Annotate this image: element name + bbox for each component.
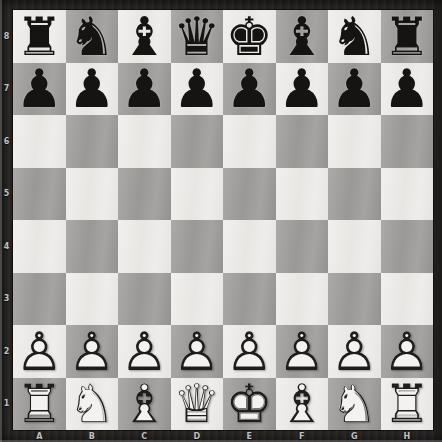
square-c3[interactable] xyxy=(118,273,171,326)
square-d2[interactable]: ♟♙ xyxy=(171,325,224,378)
black-pawn[interactable]: ♟ xyxy=(173,62,221,115)
square-f4[interactable] xyxy=(276,220,329,273)
square-b3[interactable] xyxy=(66,273,119,326)
square-g2[interactable]: ♟♙ xyxy=(328,325,381,378)
square-h8[interactable]: ♜ xyxy=(381,10,434,63)
square-a4[interactable] xyxy=(13,220,66,273)
square-c5[interactable] xyxy=(118,168,171,221)
black-pawn[interactable]: ♟ xyxy=(278,62,326,115)
black-pawn[interactable]: ♟ xyxy=(383,62,431,115)
square-b6[interactable] xyxy=(66,115,119,168)
square-d4[interactable] xyxy=(171,220,224,273)
white-bishop[interactable]: ♝♗ xyxy=(278,377,326,430)
white-pawn[interactable]: ♟♙ xyxy=(330,325,378,378)
black-pawn[interactable]: ♟ xyxy=(120,62,168,115)
square-d6[interactable] xyxy=(171,115,224,168)
square-f7[interactable]: ♟ xyxy=(276,63,329,116)
square-d1[interactable]: ♛♕ xyxy=(171,378,224,431)
chess-board-frame: 87654321 ABCDEFGH ♜♞♝♛♚♝♞♜♟♟♟♟♟♟♟♟♟♙♟♙♟♙… xyxy=(0,0,442,442)
square-e2[interactable]: ♟♙ xyxy=(223,325,276,378)
square-d7[interactable]: ♟ xyxy=(171,63,224,116)
black-knight[interactable]: ♞ xyxy=(68,10,116,63)
square-f3[interactable] xyxy=(276,273,329,326)
square-g8[interactable]: ♞ xyxy=(328,10,381,63)
rank-label-1: 1 xyxy=(0,378,13,431)
square-g7[interactable]: ♟ xyxy=(328,63,381,116)
square-h3[interactable] xyxy=(381,273,434,326)
square-g6[interactable] xyxy=(328,115,381,168)
rank-label-7: 7 xyxy=(0,63,13,116)
square-e6[interactable] xyxy=(223,115,276,168)
square-c1[interactable]: ♝♗ xyxy=(118,378,171,431)
square-b8[interactable]: ♞ xyxy=(66,10,119,63)
square-f2[interactable]: ♟♙ xyxy=(276,325,329,378)
square-b1[interactable]: ♞♘ xyxy=(66,378,119,431)
black-rook[interactable]: ♜ xyxy=(383,10,431,63)
rank-label-4: 4 xyxy=(0,220,13,273)
square-f1[interactable]: ♝♗ xyxy=(276,378,329,431)
rank-label-2: 2 xyxy=(0,325,13,378)
black-pawn[interactable]: ♟ xyxy=(225,62,273,115)
square-d3[interactable] xyxy=(171,273,224,326)
white-bishop[interactable]: ♝♗ xyxy=(120,377,168,430)
square-e7[interactable]: ♟ xyxy=(223,63,276,116)
square-a2[interactable]: ♟♙ xyxy=(13,325,66,378)
square-g1[interactable]: ♞♘ xyxy=(328,378,381,431)
square-a1[interactable]: ♜♖ xyxy=(13,378,66,431)
white-rook[interactable]: ♜♖ xyxy=(383,377,431,430)
square-a7[interactable]: ♟ xyxy=(13,63,66,116)
square-f8[interactable]: ♝ xyxy=(276,10,329,63)
white-knight[interactable]: ♞♘ xyxy=(68,377,116,430)
square-c4[interactable] xyxy=(118,220,171,273)
rank-label-3: 3 xyxy=(0,273,13,326)
square-c2[interactable]: ♟♙ xyxy=(118,325,171,378)
square-h1[interactable]: ♜♖ xyxy=(381,378,434,431)
rank-label-6: 6 xyxy=(0,115,13,168)
white-pawn[interactable]: ♟♙ xyxy=(120,325,168,378)
black-king[interactable]: ♚ xyxy=(225,10,273,63)
square-h6[interactable] xyxy=(381,115,434,168)
square-h4[interactable] xyxy=(381,220,434,273)
square-e3[interactable] xyxy=(223,273,276,326)
white-pawn[interactable]: ♟♙ xyxy=(173,325,221,378)
square-a3[interactable] xyxy=(13,273,66,326)
board: ♜♞♝♛♚♝♞♜♟♟♟♟♟♟♟♟♟♙♟♙♟♙♟♙♟♙♟♙♟♙♟♙♜♖♞♘♝♗♛♕… xyxy=(13,10,433,430)
square-e5[interactable] xyxy=(223,168,276,221)
square-e8[interactable]: ♚ xyxy=(223,10,276,63)
white-pawn[interactable]: ♟♙ xyxy=(383,325,431,378)
square-h7[interactable]: ♟ xyxy=(381,63,434,116)
square-b7[interactable]: ♟ xyxy=(66,63,119,116)
white-pawn[interactable]: ♟♙ xyxy=(68,325,116,378)
square-a6[interactable] xyxy=(13,115,66,168)
square-e1[interactable]: ♚♔ xyxy=(223,378,276,431)
white-pawn[interactable]: ♟♙ xyxy=(225,325,273,378)
square-c6[interactable] xyxy=(118,115,171,168)
white-pawn[interactable]: ♟♙ xyxy=(278,325,326,378)
square-a8[interactable]: ♜ xyxy=(13,10,66,63)
black-queen[interactable]: ♛ xyxy=(173,10,221,63)
black-rook[interactable]: ♜ xyxy=(15,10,63,63)
black-bishop[interactable]: ♝ xyxy=(278,10,326,63)
square-b2[interactable]: ♟♙ xyxy=(66,325,119,378)
white-rook[interactable]: ♜♖ xyxy=(15,377,63,430)
square-a5[interactable] xyxy=(13,168,66,221)
white-knight[interactable]: ♞♘ xyxy=(330,377,378,430)
square-d8[interactable]: ♛ xyxy=(171,10,224,63)
white-pawn[interactable]: ♟♙ xyxy=(15,325,63,378)
black-knight[interactable]: ♞ xyxy=(330,10,378,63)
square-h2[interactable]: ♟♙ xyxy=(381,325,434,378)
black-pawn[interactable]: ♟ xyxy=(15,62,63,115)
square-g4[interactable] xyxy=(328,220,381,273)
rank-label-5: 5 xyxy=(0,168,13,221)
square-h5[interactable] xyxy=(381,168,434,221)
black-pawn[interactable]: ♟ xyxy=(330,62,378,115)
square-f6[interactable] xyxy=(276,115,329,168)
square-b5[interactable] xyxy=(66,168,119,221)
square-e4[interactable] xyxy=(223,220,276,273)
white-queen[interactable]: ♛♕ xyxy=(173,377,221,430)
square-d5[interactable] xyxy=(171,168,224,221)
square-g5[interactable] xyxy=(328,168,381,221)
rank-label-8: 8 xyxy=(0,10,13,63)
rank-labels: 87654321 xyxy=(0,10,13,430)
white-king[interactable]: ♚♔ xyxy=(225,377,273,430)
square-f5[interactable] xyxy=(276,168,329,221)
square-g3[interactable] xyxy=(328,273,381,326)
square-c8[interactable]: ♝ xyxy=(118,10,171,63)
black-bishop[interactable]: ♝ xyxy=(120,10,168,63)
square-c7[interactable]: ♟ xyxy=(118,63,171,116)
square-b4[interactable] xyxy=(66,220,119,273)
black-pawn[interactable]: ♟ xyxy=(68,62,116,115)
